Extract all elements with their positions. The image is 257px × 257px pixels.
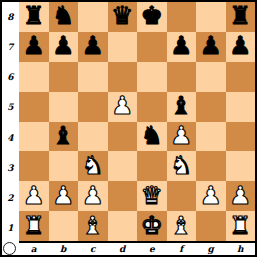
black-queen-d8: ♛	[111, 3, 133, 28]
square-b6[interactable]	[49, 62, 79, 92]
square-f7[interactable]: ♟	[167, 32, 197, 62]
rank-label-6: 6	[2, 62, 19, 92]
white-pawn-h2: ♟	[229, 183, 251, 208]
square-h2[interactable]: ♟	[226, 181, 256, 211]
square-c5[interactable]	[78, 92, 108, 122]
file-label-h: h	[226, 244, 256, 254]
black-rook-h8: ♜	[229, 3, 251, 28]
rank-labels: 87654321	[2, 2, 19, 243]
square-a4[interactable]	[19, 122, 49, 152]
rank-label-2: 2	[2, 183, 19, 213]
black-bishop-f5: ♝	[170, 93, 192, 118]
square-h7[interactable]: ♟	[226, 32, 256, 62]
black-pawn-f7: ♟	[170, 33, 192, 58]
file-label-e: e	[137, 244, 167, 254]
square-d5[interactable]: ♟	[108, 92, 138, 122]
square-b4[interactable]: ♝	[49, 122, 79, 152]
rank-label-1: 1	[2, 213, 19, 243]
rank-label-8: 8	[2, 2, 19, 32]
square-f5[interactable]: ♝	[167, 92, 197, 122]
rank-label-5: 5	[2, 92, 19, 122]
square-c3[interactable]: ♞	[78, 151, 108, 181]
square-g7[interactable]: ♟	[196, 32, 226, 62]
white-rook-a1: ♜	[23, 213, 45, 238]
square-g3[interactable]	[196, 151, 226, 181]
square-f6[interactable]	[167, 62, 197, 92]
chess-board: ♜♞♛♚♜♟♟♟♟♟♟♟♝♝♞♟♞♞♟♟♟♛♟♟♜♝♚♝♜	[19, 2, 255, 243]
square-f8[interactable]	[167, 2, 197, 32]
square-a2[interactable]: ♟	[19, 181, 49, 211]
square-e7[interactable]	[137, 32, 167, 62]
square-h8[interactable]: ♜	[226, 2, 256, 32]
white-king-e1: ♚	[141, 213, 163, 238]
white-pawn-b2: ♟	[52, 183, 74, 208]
square-h1[interactable]: ♜	[226, 211, 256, 241]
square-g2[interactable]: ♟	[196, 181, 226, 211]
square-g4[interactable]	[196, 122, 226, 152]
square-b7[interactable]: ♟	[49, 32, 79, 62]
square-g5[interactable]	[196, 92, 226, 122]
square-c1[interactable]: ♝	[78, 211, 108, 241]
square-d6[interactable]	[108, 62, 138, 92]
square-e4[interactable]: ♞	[137, 122, 167, 152]
square-a6[interactable]	[19, 62, 49, 92]
square-c6[interactable]	[78, 62, 108, 92]
square-c7[interactable]: ♟	[78, 32, 108, 62]
square-c2[interactable]: ♟	[78, 181, 108, 211]
square-b2[interactable]: ♟	[49, 181, 79, 211]
file-labels: abcdefgh	[19, 243, 255, 255]
square-d8[interactable]: ♛	[108, 2, 138, 32]
square-e1[interactable]: ♚	[137, 211, 167, 241]
white-rook-h1: ♜	[229, 213, 251, 238]
chess-diagram: 87654321 ♜♞♛♚♜♟♟♟♟♟♟♟♝♝♞♟♞♞♟♟♟♛♟♟♜♝♚♝♜ a…	[0, 0, 257, 257]
file-label-g: g	[196, 244, 226, 254]
file-label-b: b	[49, 244, 79, 254]
white-pawn-d5: ♟	[111, 93, 133, 118]
square-b1[interactable]	[49, 211, 79, 241]
black-rook-a8: ♜	[23, 3, 45, 28]
square-e2[interactable]: ♛	[137, 181, 167, 211]
square-g8[interactable]	[196, 2, 226, 32]
square-f3[interactable]: ♞	[167, 151, 197, 181]
square-h4[interactable]	[226, 122, 256, 152]
square-e3[interactable]	[137, 151, 167, 181]
square-f2[interactable]	[167, 181, 197, 211]
square-e5[interactable]	[137, 92, 167, 122]
square-a7[interactable]: ♟	[19, 32, 49, 62]
white-pawn-g2: ♟	[200, 183, 222, 208]
white-queen-e2: ♛	[141, 183, 163, 208]
white-knight-c3: ♞	[82, 153, 104, 178]
white-knight-f3: ♞	[170, 153, 192, 178]
file-label-a: a	[19, 244, 49, 254]
black-king-e8: ♚	[141, 3, 163, 28]
file-label-d: d	[108, 244, 138, 254]
square-d3[interactable]	[108, 151, 138, 181]
square-e8[interactable]: ♚	[137, 2, 167, 32]
white-pawn-a2: ♟	[23, 183, 45, 208]
square-f1[interactable]: ♝	[167, 211, 197, 241]
rank-label-3: 3	[2, 153, 19, 183]
black-knight-e4: ♞	[141, 123, 163, 148]
square-h5[interactable]	[226, 92, 256, 122]
square-g6[interactable]	[196, 62, 226, 92]
square-b8[interactable]: ♞	[49, 2, 79, 32]
rank-label-7: 7	[2, 32, 19, 62]
rank-label-4: 4	[2, 123, 19, 153]
square-a8[interactable]: ♜	[19, 2, 49, 32]
white-bishop-c1: ♝	[82, 213, 104, 238]
file-label-f: f	[167, 244, 197, 254]
square-a1[interactable]: ♜	[19, 211, 49, 241]
square-d1[interactable]	[108, 211, 138, 241]
file-label-c: c	[78, 244, 108, 254]
black-bishop-b4: ♝	[52, 123, 74, 148]
black-knight-b8: ♞	[52, 3, 74, 28]
square-h3[interactable]	[226, 151, 256, 181]
square-b5[interactable]	[49, 92, 79, 122]
square-c8[interactable]	[78, 2, 108, 32]
black-pawn-c7: ♟	[82, 33, 104, 58]
square-a3[interactable]	[19, 151, 49, 181]
square-a5[interactable]	[19, 92, 49, 122]
square-h6[interactable]	[226, 62, 256, 92]
black-pawn-h7: ♟	[229, 33, 251, 58]
square-c4[interactable]	[78, 122, 108, 152]
square-e6[interactable]	[137, 62, 167, 92]
square-f4[interactable]: ♟	[167, 122, 197, 152]
square-b3[interactable]	[49, 151, 79, 181]
square-d2[interactable]	[108, 181, 138, 211]
black-pawn-b7: ♟	[52, 33, 74, 58]
white-pawn-f4: ♟	[170, 123, 192, 148]
square-d7[interactable]	[108, 32, 138, 62]
white-bishop-f1: ♝	[170, 213, 192, 238]
white-to-move-indicator	[3, 242, 16, 255]
square-d4[interactable]	[108, 122, 138, 152]
black-pawn-g7: ♟	[200, 33, 222, 58]
square-g1[interactable]	[196, 211, 226, 241]
black-pawn-a7: ♟	[23, 33, 45, 58]
white-pawn-c2: ♟	[82, 183, 104, 208]
